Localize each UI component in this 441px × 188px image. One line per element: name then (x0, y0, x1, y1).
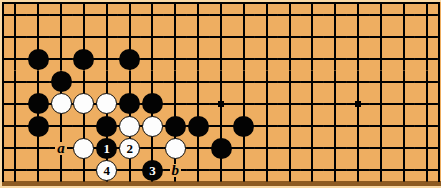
black-stone (119, 93, 140, 114)
intersection-r4-c5 (95, 71, 118, 93)
intersection-r8-c18 (392, 159, 415, 181)
intersection-r2-c9 (187, 26, 210, 48)
intersection-r1-c13 (278, 4, 301, 26)
intersection-r3-c15 (324, 48, 347, 70)
black-stone (233, 116, 254, 137)
black-stone (28, 49, 49, 70)
intersection-r8-c1 (4, 159, 27, 181)
black-stone (28, 116, 49, 137)
intersection-r7-c19 (415, 137, 438, 159)
white-stone (142, 116, 163, 137)
intersection-r1-c9 (187, 4, 210, 26)
intersection-r7-c6: 2 (118, 137, 141, 159)
intersection-r1-c12 (255, 4, 278, 26)
intersection-r3-c19 (415, 48, 438, 70)
intersection-r1-c8 (164, 4, 187, 26)
intersection-r5-c10 (210, 93, 233, 115)
intersection-r6-c16 (347, 115, 370, 137)
intersection-r2-c19 (415, 26, 438, 48)
intersection-r4-c12 (255, 71, 278, 93)
intersection-r3-c2 (27, 48, 50, 70)
intersection-r6-c18 (392, 115, 415, 137)
intersection-r6-c8 (164, 115, 187, 137)
intersection-r5-c2 (27, 93, 50, 115)
intersection-r2-c14 (301, 26, 324, 48)
intersection-r8-c11 (232, 159, 255, 181)
intersection-r4-c2 (27, 71, 50, 93)
intersection-r2-c1 (4, 26, 27, 48)
intersection-r7-c5: 1 (95, 137, 118, 159)
intersection-r2-c15 (324, 26, 347, 48)
intersection-r5-c12 (255, 93, 278, 115)
intersection-r8-c5: 4 (95, 159, 118, 181)
intersection-r1-c10 (210, 4, 233, 26)
intersection-r1-c5 (95, 4, 118, 26)
intersection-r4-c18 (392, 71, 415, 93)
intersection-r3-c4 (73, 48, 96, 70)
intersection-r3-c14 (301, 48, 324, 70)
white-stone (96, 93, 117, 114)
white-stone (165, 138, 186, 159)
white-stone (73, 93, 94, 114)
intersection-r4-c15 (324, 71, 347, 93)
black-stone (28, 93, 49, 114)
intersection-r6-c12 (255, 115, 278, 137)
intersection-r3-c3 (50, 48, 73, 70)
intersection-r5-c19 (415, 93, 438, 115)
black-stone (51, 71, 72, 92)
intersection-r6-c13 (278, 115, 301, 137)
white-stone (119, 116, 140, 137)
intersection-r6-c5 (95, 115, 118, 137)
black-stone (188, 116, 209, 137)
intersection-r1-c17 (370, 4, 393, 26)
intersection-r8-c3 (50, 159, 73, 181)
intersection-r1-c2 (27, 4, 50, 26)
intersection-r7-c2 (27, 137, 50, 159)
label-b: b (170, 164, 182, 177)
intersection-r4-c6 (118, 71, 141, 93)
intersection-r4-c19 (415, 71, 438, 93)
intersection-r8-c9 (187, 159, 210, 181)
intersection-r6-c9 (187, 115, 210, 137)
intersection-r5-c4 (73, 93, 96, 115)
intersection-r2-c16 (347, 26, 370, 48)
intersection-r7-c12 (255, 137, 278, 159)
intersection-r3-c10 (210, 48, 233, 70)
intersection-r7-c13 (278, 137, 301, 159)
go-board-grid: a1243b (2, 2, 440, 182)
intersection-r4-c17 (370, 71, 393, 93)
intersection-r3-c9 (187, 48, 210, 70)
intersection-r4-c10 (210, 71, 233, 93)
intersection-r8-c8: b (164, 159, 187, 181)
intersection-r5-c6 (118, 93, 141, 115)
intersection-r6-c7 (141, 115, 164, 137)
intersection-r6-c3 (50, 115, 73, 137)
intersection-r3-c12 (255, 48, 278, 70)
intersection-r3-c7 (141, 48, 164, 70)
intersection-r4-c16 (347, 71, 370, 93)
intersection-r7-c14 (301, 137, 324, 159)
intersection-r2-c3 (50, 26, 73, 48)
intersection-r2-c10 (210, 26, 233, 48)
intersection-r5-c9 (187, 93, 210, 115)
intersection-r3-c1 (4, 48, 27, 70)
intersection-r1-c16 (347, 4, 370, 26)
intersection-r4-c14 (301, 71, 324, 93)
intersection-r5-c16 (347, 93, 370, 115)
frame-bevel-bottom-shadow (2, 181, 441, 186)
intersection-r4-c1 (4, 71, 27, 93)
intersection-r5-c7 (141, 93, 164, 115)
intersection-r4-c11 (232, 71, 255, 93)
intersection-r8-c7: 3 (141, 159, 164, 181)
intersection-r3-c16 (347, 48, 370, 70)
intersection-r1-c1 (4, 4, 27, 26)
intersection-r1-c7 (141, 4, 164, 26)
intersection-r5-c11 (232, 93, 255, 115)
intersection-r2-c13 (278, 26, 301, 48)
intersection-r4-c4 (73, 71, 96, 93)
intersection-r5-c14 (301, 93, 324, 115)
black-stone (165, 116, 186, 137)
intersection-r5-c8 (164, 93, 187, 115)
move-2-stone: 2 (119, 138, 140, 159)
intersection-r1-c14 (301, 4, 324, 26)
intersection-r2-c17 (370, 26, 393, 48)
intersection-r7-c10 (210, 137, 233, 159)
intersection-r7-c3: a (50, 137, 73, 159)
move-1-stone: 1 (96, 138, 117, 159)
intersection-r3-c18 (392, 48, 415, 70)
black-stone (211, 138, 232, 159)
intersection-r4-c3 (50, 71, 73, 93)
intersection-r2-c8 (164, 26, 187, 48)
intersection-r5-c18 (392, 93, 415, 115)
black-stone (142, 93, 163, 114)
intersection-r7-c4 (73, 137, 96, 159)
intersection-r4-c13 (278, 71, 301, 93)
intersection-r6-c2 (27, 115, 50, 137)
intersection-r4-c8 (164, 71, 187, 93)
intersection-r1-c15 (324, 4, 347, 26)
intersection-r6-c17 (370, 115, 393, 137)
intersection-r1-c11 (232, 4, 255, 26)
intersection-r2-c6 (118, 26, 141, 48)
white-stone (51, 93, 72, 114)
intersection-r8-c2 (27, 159, 50, 181)
intersection-r4-c9 (187, 71, 210, 93)
intersection-r5-c5 (95, 93, 118, 115)
intersection-r7-c16 (347, 137, 370, 159)
intersection-r2-c18 (392, 26, 415, 48)
intersection-r7-c1 (4, 137, 27, 159)
black-stone (96, 116, 117, 137)
black-stone (73, 49, 94, 70)
intersection-r8-c16 (347, 159, 370, 181)
intersection-r5-c15 (324, 93, 347, 115)
black-stone (119, 49, 140, 70)
intersection-r1-c18 (392, 4, 415, 26)
intersection-r6-c19 (415, 115, 438, 137)
intersection-r1-c4 (73, 4, 96, 26)
intersection-r8-c13 (278, 159, 301, 181)
go-diagram: a1243b (0, 0, 441, 188)
intersection-r6-c1 (4, 115, 27, 137)
intersection-r2-c2 (27, 26, 50, 48)
intersection-r5-c17 (370, 93, 393, 115)
intersection-r1-c3 (50, 4, 73, 26)
intersection-r1-c19 (415, 4, 438, 26)
intersection-r6-c10 (210, 115, 233, 137)
intersection-r8-c17 (370, 159, 393, 181)
intersection-r5-c1 (4, 93, 27, 115)
intersection-r3-c6 (118, 48, 141, 70)
intersection-r6-c15 (324, 115, 347, 137)
move-3-stone: 3 (142, 160, 163, 181)
intersection-r4-c7 (141, 71, 164, 93)
intersection-r6-c11 (232, 115, 255, 137)
intersection-r3-c8 (164, 48, 187, 70)
move-4-stone: 4 (96, 160, 117, 181)
intersection-r1-c6 (118, 4, 141, 26)
intersection-r3-c5 (95, 48, 118, 70)
intersection-r2-c7 (141, 26, 164, 48)
intersection-r6-c4 (73, 115, 96, 137)
intersection-r7-c15 (324, 137, 347, 159)
intersection-r8-c10 (210, 159, 233, 181)
intersection-r8-c19 (415, 159, 438, 181)
intersection-r7-c9 (187, 137, 210, 159)
intersection-r7-c18 (392, 137, 415, 159)
intersection-r3-c13 (278, 48, 301, 70)
intersection-r7-c7 (141, 137, 164, 159)
intersection-r2-c5 (95, 26, 118, 48)
intersection-r6-c6 (118, 115, 141, 137)
intersection-r8-c14 (301, 159, 324, 181)
intersection-r6-c14 (301, 115, 324, 137)
intersection-r8-c4 (73, 159, 96, 181)
intersection-r3-c11 (232, 48, 255, 70)
white-stone (73, 138, 94, 159)
intersection-r5-c3 (50, 93, 73, 115)
intersection-r3-c17 (370, 48, 393, 70)
intersection-r8-c15 (324, 159, 347, 181)
intersection-r7-c11 (232, 137, 255, 159)
intersection-r5-c13 (278, 93, 301, 115)
intersection-r8-c12 (255, 159, 278, 181)
intersection-r2-c4 (73, 26, 96, 48)
intersection-r7-c17 (370, 137, 393, 159)
intersection-r2-c12 (255, 26, 278, 48)
intersection-r2-c11 (232, 26, 255, 48)
intersection-r7-c8 (164, 137, 187, 159)
label-a: a (55, 142, 67, 155)
frame-bevel-bottom-highlight (0, 186, 441, 188)
intersection-r8-c6 (118, 159, 141, 181)
